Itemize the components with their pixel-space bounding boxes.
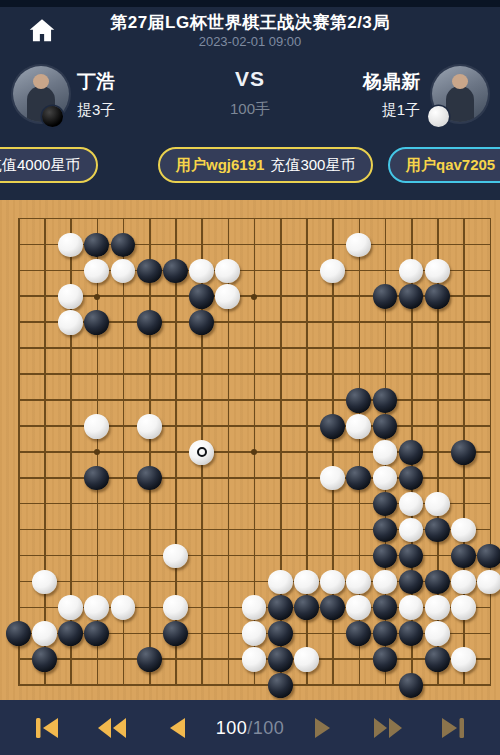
board-intersection <box>346 595 372 621</box>
board-intersection <box>450 439 476 465</box>
status-strip <box>0 0 500 7</box>
board-intersection <box>215 258 241 284</box>
black-stone <box>451 440 476 465</box>
board-intersection <box>398 621 424 647</box>
board-intersection <box>5 621 31 647</box>
white-stone <box>451 595 476 620</box>
move-count-label: 100手 <box>195 100 305 119</box>
black-stone <box>477 544 500 569</box>
black-stone <box>189 310 214 335</box>
white-stone <box>163 595 188 620</box>
board-intersection <box>424 595 450 621</box>
board-intersection <box>372 621 398 647</box>
white-stone <box>451 647 476 672</box>
black-stone <box>399 466 424 491</box>
black-stone <box>425 570 450 595</box>
white-stone <box>58 310 83 335</box>
black-stone <box>84 466 109 491</box>
black-stone <box>84 310 109 335</box>
current-move: 100 <box>216 718 248 739</box>
black-stone <box>58 621 83 646</box>
white-stone <box>242 595 267 620</box>
white-stone-badge <box>428 106 449 127</box>
avatar-silhouette <box>446 86 474 122</box>
board-intersection <box>58 595 84 621</box>
board-intersection <box>84 413 110 439</box>
board-intersection <box>372 569 398 595</box>
black-stone <box>425 284 450 309</box>
white-stone <box>32 621 57 646</box>
star-point <box>94 449 100 455</box>
step-forward-icon <box>314 717 332 739</box>
ticker-username: 用户wgj6191 <box>176 156 264 173</box>
board-intersection <box>241 621 267 647</box>
board-stones-grid <box>5 206 500 699</box>
board-intersection <box>241 647 267 673</box>
skip-to-end-icon <box>440 717 466 739</box>
white-stone <box>242 647 267 672</box>
board-intersection <box>136 413 162 439</box>
white-stone <box>320 570 345 595</box>
board-intersection <box>293 569 319 595</box>
board-intersection <box>58 310 84 336</box>
white-stone <box>163 544 188 569</box>
board-intersection <box>346 232 372 258</box>
board-intersection <box>31 569 57 595</box>
board-intersection <box>398 465 424 491</box>
black-stone <box>137 310 162 335</box>
avatar-silhouette-head <box>33 74 49 89</box>
game-datetime: 2023-02-01 09:00 <box>0 34 500 49</box>
white-stone <box>84 259 109 284</box>
white-stone <box>32 570 57 595</box>
ticker-message: 充值300星币 <box>270 156 355 173</box>
board-intersection <box>136 647 162 673</box>
black-stone <box>373 492 398 517</box>
board-intersection <box>398 439 424 465</box>
white-stone <box>399 595 424 620</box>
white-player-name: 杨鼎新 <box>363 69 420 95</box>
board-intersection <box>477 543 500 569</box>
black-stone <box>137 647 162 672</box>
board-intersection <box>189 439 215 465</box>
board-intersection <box>372 465 398 491</box>
white-stone <box>399 518 424 543</box>
black-stone <box>320 414 345 439</box>
white-stone <box>346 570 371 595</box>
white-stone <box>58 284 83 309</box>
step-back-icon <box>168 717 186 739</box>
white-stone <box>346 233 371 258</box>
board-intersection <box>398 673 424 699</box>
board-intersection <box>319 465 345 491</box>
white-stone <box>320 466 345 491</box>
white-stone <box>425 621 450 646</box>
go-board[interactable] <box>0 200 500 700</box>
black-stone <box>425 518 450 543</box>
black-stone <box>373 595 398 620</box>
skip-to-end-button[interactable] <box>431 709 475 747</box>
board-intersection <box>398 284 424 310</box>
white-stone <box>320 259 345 284</box>
fast-rewind-button[interactable] <box>90 709 134 747</box>
board-intersection <box>372 595 398 621</box>
white-stone <box>111 595 136 620</box>
board-intersection <box>346 465 372 491</box>
board-intersection <box>267 569 293 595</box>
board-intersection <box>424 647 450 673</box>
board-intersection <box>293 595 319 621</box>
white-stone <box>477 570 500 595</box>
black-stone <box>346 388 371 413</box>
board-intersection <box>424 258 450 284</box>
board-intersection <box>162 258 188 284</box>
board-intersection <box>319 595 345 621</box>
board-intersection <box>84 232 110 258</box>
black-stone <box>189 284 214 309</box>
board-intersection <box>398 258 424 284</box>
step-back-button[interactable] <box>155 709 199 747</box>
playback-bar: 100/100 <box>0 700 500 755</box>
black-stone <box>373 414 398 439</box>
board-intersection <box>372 517 398 543</box>
ticker-username: 用户qav7205 <box>406 156 495 173</box>
board-intersection <box>58 232 84 258</box>
white-stone <box>294 570 319 595</box>
total-moves: /100 <box>247 718 284 739</box>
black-stone <box>163 621 188 646</box>
black-stone <box>268 647 293 672</box>
black-stone <box>346 466 371 491</box>
board-intersection <box>398 517 424 543</box>
board-intersection <box>424 569 450 595</box>
board-intersection <box>319 413 345 439</box>
board-intersection <box>136 310 162 336</box>
white-stone <box>451 570 476 595</box>
board-intersection <box>424 491 450 517</box>
board-intersection <box>84 310 110 336</box>
black-stone <box>373 621 398 646</box>
skip-to-start-icon <box>34 717 60 739</box>
ticker-pill: 用户wgj6191充值300星币 <box>158 147 373 183</box>
board-intersection <box>84 465 110 491</box>
board-intersection <box>450 569 476 595</box>
black-stone <box>111 233 136 258</box>
go-replay-app: 第27届LG杯世界棋王战决赛第2/3局 2023-02-01 09:00 丁浩 … <box>0 0 500 755</box>
board-intersection <box>31 621 57 647</box>
white-stone <box>58 595 83 620</box>
black-stone <box>163 259 188 284</box>
white-stone <box>215 284 240 309</box>
black-stone <box>399 621 424 646</box>
board-intersection <box>267 621 293 647</box>
black-stone <box>346 621 371 646</box>
board-intersection <box>110 595 136 621</box>
black-stone <box>294 595 319 620</box>
board-intersection <box>136 258 162 284</box>
black-stone <box>137 466 162 491</box>
board-intersection <box>477 569 500 595</box>
board-intersection <box>346 569 372 595</box>
board-intersection <box>162 595 188 621</box>
white-stone <box>373 440 398 465</box>
black-stone <box>268 595 293 620</box>
board-intersection <box>346 621 372 647</box>
black-stone <box>268 621 293 646</box>
white-captures-label: 提1子 <box>382 101 420 120</box>
board-intersection <box>372 439 398 465</box>
board-intersection <box>398 543 424 569</box>
black-stone <box>32 647 57 672</box>
board-intersection <box>267 595 293 621</box>
black-stone <box>399 440 424 465</box>
black-stone <box>137 259 162 284</box>
board-intersection <box>450 543 476 569</box>
white-stone <box>373 466 398 491</box>
board-intersection <box>84 621 110 647</box>
move-counter: 100/100 <box>205 709 295 747</box>
star-point <box>251 449 257 455</box>
black-stone <box>373 647 398 672</box>
white-stone <box>137 414 162 439</box>
white-stone <box>373 570 398 595</box>
board-intersection <box>110 232 136 258</box>
white-stone <box>189 259 214 284</box>
board-intersection <box>110 258 136 284</box>
white-stone <box>425 492 450 517</box>
black-stone <box>399 544 424 569</box>
white-stone <box>399 259 424 284</box>
white-stone <box>242 621 267 646</box>
board-intersection <box>450 647 476 673</box>
board-intersection <box>58 284 84 310</box>
board-intersection <box>372 413 398 439</box>
board-intersection <box>162 543 188 569</box>
white-stone <box>189 440 214 465</box>
white-stone <box>425 259 450 284</box>
board-intersection <box>398 595 424 621</box>
white-stone <box>294 647 319 672</box>
white-stone <box>58 233 83 258</box>
white-stone <box>84 414 109 439</box>
board-intersection <box>189 284 215 310</box>
last-move-marker <box>197 447 207 457</box>
black-stone <box>451 544 476 569</box>
white-stone <box>346 414 371 439</box>
board-intersection <box>424 621 450 647</box>
board-intersection <box>189 258 215 284</box>
black-stone <box>425 647 450 672</box>
board-intersection <box>162 621 188 647</box>
board-intersection <box>450 595 476 621</box>
board-intersection <box>346 413 372 439</box>
board-intersection <box>372 284 398 310</box>
ticker-pill: 用户qav7205充值 <box>388 147 500 183</box>
white-stone <box>346 595 371 620</box>
ticker-message: 充值4000星币 <box>0 156 80 173</box>
board-intersection <box>267 647 293 673</box>
white-stone <box>268 570 293 595</box>
black-stone <box>399 570 424 595</box>
star-point <box>251 294 257 300</box>
fast-forward-icon <box>373 717 403 739</box>
board-intersection <box>346 387 372 413</box>
donation-ticker: 052充值4000星币 用户wgj6191充值300星币 用户qav7205充值 <box>0 140 500 200</box>
step-forward-button[interactable] <box>301 709 345 747</box>
board-intersection <box>84 595 110 621</box>
board-intersection <box>241 595 267 621</box>
ticker-pill: 052充值4000星币 <box>0 147 98 183</box>
black-stone <box>399 673 424 698</box>
white-stone <box>111 259 136 284</box>
skip-to-start-button[interactable] <box>25 709 69 747</box>
board-intersection <box>58 621 84 647</box>
fast-forward-button[interactable] <box>366 709 410 747</box>
black-stone <box>373 284 398 309</box>
black-stone <box>320 595 345 620</box>
star-point <box>94 294 100 300</box>
board-intersection <box>189 310 215 336</box>
vs-label: VS <box>195 67 305 91</box>
board-intersection <box>215 284 241 310</box>
fast-rewind-icon <box>97 717 127 739</box>
black-stone <box>373 388 398 413</box>
black-stone <box>6 621 31 646</box>
white-stone <box>215 259 240 284</box>
board-intersection <box>319 569 345 595</box>
board-intersection <box>398 569 424 595</box>
black-stone <box>399 284 424 309</box>
board-intersection <box>424 517 450 543</box>
header: 第27届LG杯世界棋王战决赛第2/3局 2023-02-01 09:00 <box>0 7 500 59</box>
white-stone <box>425 595 450 620</box>
board-intersection <box>31 647 57 673</box>
board-intersection <box>372 387 398 413</box>
black-stone <box>373 544 398 569</box>
board-intersection <box>267 673 293 699</box>
board-intersection <box>372 491 398 517</box>
black-stone <box>84 621 109 646</box>
board-intersection <box>450 517 476 543</box>
page-title: 第27届LG杯世界棋王战决赛第2/3局 <box>60 11 440 34</box>
board-intersection <box>319 258 345 284</box>
black-captures-label: 提3子 <box>77 101 115 120</box>
white-stone <box>399 492 424 517</box>
white-stone <box>451 518 476 543</box>
board-intersection <box>136 465 162 491</box>
black-stone-badge <box>42 106 63 127</box>
board-intersection <box>424 284 450 310</box>
board-intersection <box>293 647 319 673</box>
board-intersection <box>372 543 398 569</box>
white-stone <box>84 595 109 620</box>
black-player-name: 丁浩 <box>77 69 115 95</box>
board-intersection <box>398 491 424 517</box>
board-intersection <box>372 647 398 673</box>
avatar-silhouette-head <box>452 74 468 89</box>
black-stone <box>268 673 293 698</box>
black-stone <box>373 518 398 543</box>
player-bar: 丁浩 提3子 VS 100手 杨鼎新 提1子 <box>0 59 500 140</box>
board-intersection <box>84 258 110 284</box>
black-stone <box>84 233 109 258</box>
